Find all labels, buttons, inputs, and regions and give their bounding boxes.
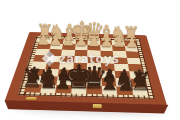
chess-board (5, 32, 168, 106)
ornamental-inlay-band (17, 36, 154, 100)
chess-set-photo: ♜♞♝♚♛♝♞♜♟♟♟♟♟♟♟♟♟♟♟♟♟♟♟♟♜♞♝♚♛♝♞♜ zaratoy… (0, 0, 180, 120)
brass-hinge (25, 97, 36, 100)
square-g8[interactable] (40, 84, 57, 93)
board-grid (24, 38, 148, 96)
brass-latch (93, 104, 102, 109)
board-tilt-wrapper: ♜♞♝♚♛♝♞♜♟♟♟♟♟♟♟♟♟♟♟♟♟♟♟♟♜♞♝♚♛♝♞♜ (0, 0, 180, 120)
square-c8[interactable] (101, 86, 117, 95)
square-d8[interactable] (86, 85, 102, 94)
square-b8[interactable] (116, 86, 132, 95)
square-a8[interactable] (131, 87, 148, 96)
square-e8[interactable] (71, 85, 87, 94)
square-f8[interactable] (55, 85, 71, 94)
